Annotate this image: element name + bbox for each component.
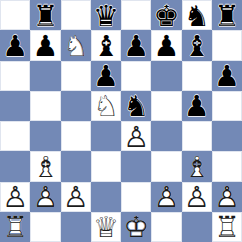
black-queen-piece[interactable]: ♛ (93, 2, 119, 31)
black-knight-piece[interactable]: ♞ (184, 2, 210, 31)
square-d4[interactable] (91, 121, 121, 151)
square-h2[interactable]: ♟♙ (212, 182, 242, 212)
square-c6[interactable] (61, 61, 91, 91)
square-f5[interactable] (151, 91, 181, 121)
square-h8[interactable]: ♜ (212, 0, 242, 30)
square-g3[interactable]: ♝♗ (182, 151, 212, 181)
square-c3[interactable] (61, 151, 91, 181)
square-h5[interactable] (212, 91, 242, 121)
square-a6[interactable] (0, 61, 30, 91)
white-knight-piece[interactable]: ♞♘ (63, 32, 89, 61)
square-e5[interactable]: ♞ (121, 91, 151, 121)
square-d2[interactable] (91, 182, 121, 212)
white-pawn-outline: ♙ (214, 183, 240, 212)
white-pawn-piece[interactable]: ♟♙ (2, 183, 28, 212)
square-d7[interactable]: ♝ (91, 30, 121, 60)
white-knight-outline: ♘ (63, 32, 89, 61)
square-f1[interactable] (151, 212, 181, 242)
square-h7[interactable] (212, 30, 242, 60)
square-f2[interactable]: ♟♙ (151, 182, 181, 212)
black-pawn-piece[interactable]: ♟ (32, 32, 58, 61)
black-knight-piece[interactable]: ♞ (123, 92, 149, 121)
white-pawn-outline: ♙ (123, 123, 149, 152)
white-queen-piece[interactable]: ♛♕ (93, 213, 119, 242)
white-rook-outline: ♖ (214, 213, 240, 242)
square-h4[interactable] (212, 121, 242, 151)
square-b8[interactable]: ♜ (30, 0, 60, 30)
white-pawn-outline: ♙ (153, 183, 179, 212)
square-e2[interactable] (121, 182, 151, 212)
black-rook-piece[interactable]: ♜ (32, 2, 58, 31)
square-g1[interactable] (182, 212, 212, 242)
white-bishop-outline: ♗ (32, 153, 58, 182)
white-bishop-outline: ♗ (184, 153, 210, 182)
square-a7[interactable]: ♟ (0, 30, 30, 60)
black-pawn-piece[interactable]: ♟ (214, 62, 240, 91)
white-rook-piece[interactable]: ♜♖ (2, 213, 28, 242)
square-d1[interactable]: ♛♕ (91, 212, 121, 242)
square-b5[interactable] (30, 91, 60, 121)
square-e8[interactable] (121, 0, 151, 30)
white-king-outline: ♔ (123, 213, 149, 242)
square-e4[interactable]: ♟♙ (121, 121, 151, 151)
square-g5[interactable]: ♟ (182, 91, 212, 121)
square-a4[interactable] (0, 121, 30, 151)
white-bishop-piece[interactable]: ♝♗ (32, 153, 58, 182)
white-pawn-piece[interactable]: ♟♙ (63, 183, 89, 212)
square-g6[interactable] (182, 61, 212, 91)
white-bishop-piece[interactable]: ♝♗ (184, 153, 210, 182)
square-a8[interactable] (0, 0, 30, 30)
white-pawn-outline: ♙ (63, 183, 89, 212)
square-c5[interactable] (61, 91, 91, 121)
square-c1[interactable] (61, 212, 91, 242)
black-bishop-piece[interactable]: ♝ (184, 32, 210, 61)
square-f7[interactable]: ♟ (151, 30, 181, 60)
black-pawn-piece[interactable]: ♟ (123, 32, 149, 61)
square-c7[interactable]: ♞♘ (61, 30, 91, 60)
black-king-piece[interactable]: ♚ (153, 2, 179, 31)
black-bishop-piece[interactable]: ♝ (93, 32, 119, 61)
square-d5[interactable]: ♞♘ (91, 91, 121, 121)
square-f4[interactable] (151, 121, 181, 151)
square-b2[interactable]: ♟♙ (30, 182, 60, 212)
square-e7[interactable]: ♟ (121, 30, 151, 60)
square-g8[interactable]: ♞ (182, 0, 212, 30)
square-g7[interactable]: ♝ (182, 30, 212, 60)
white-knight-outline: ♘ (93, 92, 119, 121)
black-pawn-piece[interactable]: ♟ (2, 32, 28, 61)
black-rook-piece[interactable]: ♜ (214, 2, 240, 31)
chess-board: ♜♛♚♞♜♟♟♞♘♝♟♟♝♟♟♞♘♞♟♟♙♝♗♝♗♟♙♟♙♟♙♟♙♟♙♟♙♜♖♛… (0, 0, 242, 242)
square-h6[interactable]: ♟ (212, 61, 242, 91)
square-c8[interactable] (61, 0, 91, 30)
square-b1[interactable] (30, 212, 60, 242)
square-e6[interactable] (121, 61, 151, 91)
square-c2[interactable]: ♟♙ (61, 182, 91, 212)
black-pawn-piece[interactable]: ♟ (93, 62, 119, 91)
square-g4[interactable] (182, 121, 212, 151)
square-a1[interactable]: ♜♖ (0, 212, 30, 242)
square-a2[interactable]: ♟♙ (0, 182, 30, 212)
square-h3[interactable] (212, 151, 242, 181)
white-pawn-outline: ♙ (32, 183, 58, 212)
square-d6[interactable]: ♟ (91, 61, 121, 91)
square-f3[interactable] (151, 151, 181, 181)
white-knight-piece[interactable]: ♞♘ (93, 92, 119, 121)
white-pawn-piece[interactable]: ♟♙ (153, 183, 179, 212)
square-d8[interactable]: ♛ (91, 0, 121, 30)
white-pawn-outline: ♙ (184, 183, 210, 212)
white-pawn-piece[interactable]: ♟♙ (123, 123, 149, 152)
square-e3[interactable] (121, 151, 151, 181)
white-pawn-piece[interactable]: ♟♙ (32, 183, 58, 212)
square-c4[interactable] (61, 121, 91, 151)
square-g2[interactable]: ♟♙ (182, 182, 212, 212)
white-pawn-piece[interactable]: ♟♙ (184, 183, 210, 212)
square-d3[interactable] (91, 151, 121, 181)
square-b6[interactable] (30, 61, 60, 91)
square-e1[interactable]: ♚♔ (121, 212, 151, 242)
black-pawn-piece[interactable]: ♟ (153, 32, 179, 61)
white-king-piece[interactable]: ♚♔ (123, 213, 149, 242)
white-pawn-outline: ♙ (2, 183, 28, 212)
square-b4[interactable] (30, 121, 60, 151)
square-h1[interactable]: ♜♖ (212, 212, 242, 242)
black-pawn-piece[interactable]: ♟ (184, 92, 210, 121)
white-rook-piece[interactable]: ♜♖ (214, 213, 240, 242)
square-b7[interactable]: ♟ (30, 30, 60, 60)
square-a3[interactable] (0, 151, 30, 181)
white-rook-outline: ♖ (2, 213, 28, 242)
square-f6[interactable] (151, 61, 181, 91)
white-pawn-piece[interactable]: ♟♙ (214, 183, 240, 212)
white-queen-outline: ♕ (93, 213, 119, 242)
square-b3[interactable]: ♝♗ (30, 151, 60, 181)
square-a5[interactable] (0, 91, 30, 121)
square-f8[interactable]: ♚ (151, 0, 181, 30)
